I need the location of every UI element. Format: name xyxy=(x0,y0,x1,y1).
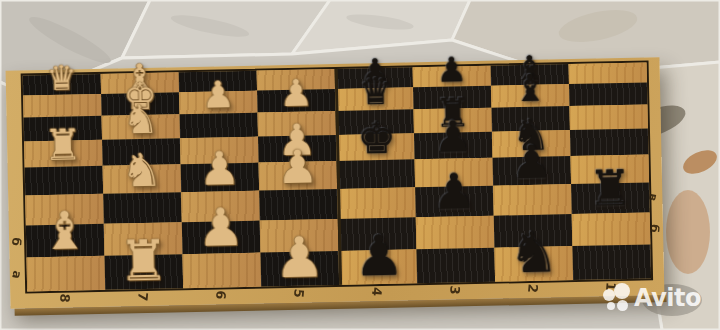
square-g4: ♛ xyxy=(335,87,413,111)
square-a1 xyxy=(572,244,651,280)
square-a3 xyxy=(416,248,495,284)
black-bishop-g2: ♝ xyxy=(513,70,547,108)
square-g1 xyxy=(569,82,647,106)
white-pawn-b6: ♟ xyxy=(197,201,245,254)
black-pawn-c3: ♟ xyxy=(432,167,477,217)
square-a5: ♟ xyxy=(260,251,339,287)
square-c4 xyxy=(337,187,416,219)
rank-label-8: 8 xyxy=(57,293,73,303)
square-c1: ♜ xyxy=(571,182,650,214)
avito-watermark: Avito xyxy=(602,281,701,315)
white-pawn-g6: ♟ xyxy=(201,76,235,114)
black-pawn-d2: ♟ xyxy=(510,138,552,185)
square-d6: ♟ xyxy=(181,163,260,193)
black-rook-c1: ♜ xyxy=(588,164,633,214)
square-h3: ♟ xyxy=(413,66,491,88)
file-label-left-б: б xyxy=(9,236,24,247)
square-f7: ♞ xyxy=(102,114,180,140)
square-h8: ♛ xyxy=(23,74,101,96)
square-g6: ♟ xyxy=(179,91,257,115)
square-a4: ♟ xyxy=(338,249,417,285)
square-f6 xyxy=(180,113,258,139)
square-c3: ♟ xyxy=(415,186,494,218)
square-d5: ♟ xyxy=(259,161,338,191)
white-knight-d7: ♞ xyxy=(121,147,163,194)
chess-board: ♛♝♟♟♝♚♟♟♛♝♞♜♜♟♚♟♞♞♟♟♟♟♜♝♟♜♟♟♞ 87654321аб… xyxy=(6,57,665,309)
white-pawn-a5: ♟ xyxy=(274,229,325,286)
white-bishop-b8: ♝ xyxy=(41,204,89,257)
black-knight-a2: ♞ xyxy=(508,224,559,281)
black-queen-g4: ♛ xyxy=(359,73,393,111)
square-c2 xyxy=(493,184,572,216)
white-queen-h8: ♛ xyxy=(46,60,77,95)
file-label-left-а: а xyxy=(9,269,24,280)
board-grid: ♛♝♟♟♝♚♟♟♛♝♞♜♜♟♚♟♞♞♟♟♟♟♜♝♟♜♟♟♞ xyxy=(23,62,651,291)
square-b8: ♝ xyxy=(26,224,105,258)
square-a6 xyxy=(182,253,261,289)
square-h1 xyxy=(569,62,647,84)
square-d2: ♟ xyxy=(493,156,572,186)
white-pawn-g5: ♟ xyxy=(279,74,313,112)
square-g8 xyxy=(23,94,101,118)
rank-label-3: 3 xyxy=(447,285,463,295)
black-king-e4: ♚ xyxy=(357,117,396,161)
rank-label-6: 6 xyxy=(213,290,229,300)
square-d8 xyxy=(25,166,104,196)
square-e4: ♚ xyxy=(336,133,415,161)
square-g5: ♟ xyxy=(257,89,335,113)
square-a8 xyxy=(26,256,105,292)
white-rook-a7: ♜ xyxy=(118,233,169,290)
avito-flower-icon xyxy=(602,281,634,315)
square-e1 xyxy=(570,128,649,156)
square-d4 xyxy=(337,159,416,189)
square-e8: ♜ xyxy=(24,140,103,168)
square-c7 xyxy=(103,192,182,224)
square-b1 xyxy=(572,212,651,246)
white-knight-f7: ♞ xyxy=(122,99,159,140)
square-b3 xyxy=(416,216,495,250)
chess-set-photo: ♛♝♟♟♝♚♟♟♛♝♞♜♜♟♚♟♞♞♟♟♟♟♜♝♟♜♟♟♞ 87654321аб… xyxy=(0,0,720,330)
square-d7: ♞ xyxy=(103,164,182,194)
square-b6: ♟ xyxy=(182,221,261,255)
square-a2: ♞ xyxy=(494,246,573,282)
white-pawn-d6: ♟ xyxy=(199,145,241,192)
square-a7: ♜ xyxy=(104,254,183,290)
white-rook-e8: ♜ xyxy=(43,123,82,167)
square-f1 xyxy=(569,104,647,130)
black-pawn-a4: ♟ xyxy=(353,228,404,285)
black-pawn-e3: ♟ xyxy=(433,115,472,159)
black-pawn-h3: ♟ xyxy=(436,52,467,87)
white-pawn-d5: ♟ xyxy=(277,143,319,190)
square-c5 xyxy=(259,189,338,221)
square-e3: ♟ xyxy=(414,132,493,160)
avito-watermark-text: Avito xyxy=(634,284,701,312)
square-g2: ♝ xyxy=(491,84,569,108)
